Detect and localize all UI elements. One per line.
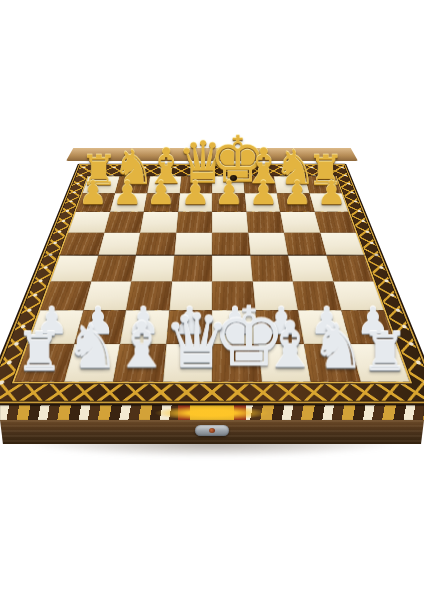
chess-board: ♜♞♝♛♚♝♞♜♟♟♟♟♟♟♟♟♟♟♟♟♟♟♟♟♜♞♝♛♚♝♞♜ xyxy=(0,164,424,405)
square-f7[interactable]: ♟ xyxy=(244,193,280,212)
square-d1[interactable]: ♛ xyxy=(163,344,212,382)
clasp-hole xyxy=(230,175,237,181)
square-a5[interactable] xyxy=(60,232,104,255)
square-h6[interactable] xyxy=(314,212,356,233)
box-cast-shadow xyxy=(4,440,420,472)
square-d7[interactable]: ♟ xyxy=(178,193,212,212)
square-h7[interactable]: ♟ xyxy=(309,193,348,212)
white-queen[interactable]: ♛ xyxy=(163,306,212,377)
square-d5[interactable] xyxy=(174,232,212,255)
square-g4[interactable] xyxy=(288,255,333,281)
square-c6[interactable] xyxy=(140,212,178,233)
square-g6[interactable] xyxy=(280,212,320,233)
square-f6[interactable] xyxy=(246,212,284,233)
square-e4[interactable] xyxy=(212,255,252,281)
square-e5[interactable] xyxy=(212,232,250,255)
square-b1[interactable]: ♞ xyxy=(64,344,120,382)
white-bishop[interactable]: ♝ xyxy=(261,317,310,377)
white-knight[interactable]: ♞ xyxy=(311,318,360,376)
square-g5[interactable] xyxy=(284,232,326,255)
black-pawn[interactable]: ♟ xyxy=(311,177,351,208)
chess-set-photo: ♜♞♝♛♚♝♞♜♟♟♟♟♟♟♟♟♟♟♟♟♟♟♟♟♜♞♝♛♚♝♞♜ xyxy=(0,0,424,600)
square-d4[interactable] xyxy=(172,255,212,281)
edge-stripe-inlay xyxy=(0,405,424,421)
square-a6[interactable] xyxy=(68,212,110,233)
square-b6[interactable] xyxy=(104,212,144,233)
square-e7[interactable]: ♟ xyxy=(212,193,246,212)
square-d6[interactable] xyxy=(176,212,212,233)
square-g7[interactable]: ♟ xyxy=(277,193,314,212)
square-b5[interactable] xyxy=(98,232,140,255)
square-g1[interactable]: ♞ xyxy=(304,344,360,382)
square-c7[interactable]: ♟ xyxy=(144,193,180,212)
square-f4[interactable] xyxy=(250,255,293,281)
white-bishop[interactable]: ♝ xyxy=(113,317,162,377)
white-knight[interactable]: ♞ xyxy=(64,318,113,376)
square-h5[interactable] xyxy=(320,232,364,255)
clasp-latch xyxy=(195,425,229,436)
square-f5[interactable] xyxy=(248,232,288,255)
hinge-seam xyxy=(43,254,380,255)
square-f1[interactable]: ♝ xyxy=(258,344,311,382)
square-e6[interactable] xyxy=(212,212,248,233)
board-squares-grid: ♜♞♝♛♚♝♞♜♟♟♟♟♟♟♟♟♟♟♟♟♟♟♟♟♜♞♝♛♚♝♞♜ xyxy=(12,176,412,384)
square-b4[interactable] xyxy=(91,255,136,281)
square-c1[interactable]: ♝ xyxy=(113,344,166,382)
white-rook[interactable]: ♜ xyxy=(360,326,409,377)
white-rook[interactable]: ♜ xyxy=(15,326,64,377)
square-h4[interactable] xyxy=(326,255,373,281)
square-c4[interactable] xyxy=(131,255,174,281)
square-c5[interactable] xyxy=(136,232,176,255)
box-front-face xyxy=(0,420,424,444)
